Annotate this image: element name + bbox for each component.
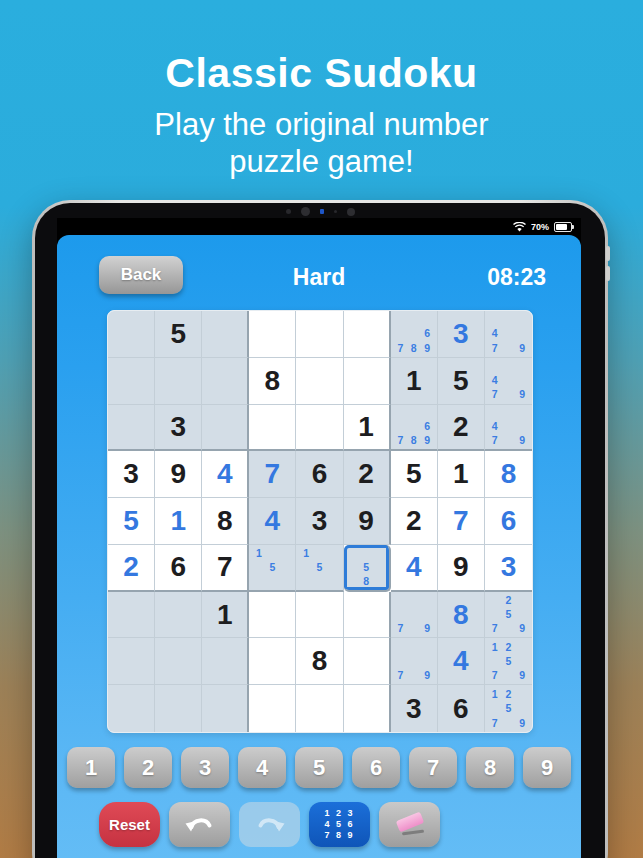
cell-r7c9[interactable]: 2579 xyxy=(485,592,532,639)
given-digit: 9 xyxy=(453,551,469,583)
app-header: Back Hard 08:23 xyxy=(57,235,581,310)
cell-r5c4[interactable]: 4 xyxy=(249,498,296,545)
given-digit: 2 xyxy=(453,411,469,443)
battery-icon xyxy=(554,222,572,232)
camera-array xyxy=(35,207,605,216)
volume-down-button xyxy=(606,266,610,281)
keypad-button-9[interactable]: 9 xyxy=(523,747,571,788)
cell-r6c2[interactable]: 6 xyxy=(155,545,202,592)
cell-r4c7[interactable]: 5 xyxy=(391,451,438,498)
user-digit: 8 xyxy=(453,599,469,631)
keypad-button-2[interactable]: 2 xyxy=(124,747,172,788)
given-digit: 3 xyxy=(123,458,139,490)
cell-r8c3[interactable] xyxy=(202,638,249,685)
cell-r6c7[interactable]: 4 xyxy=(391,545,438,592)
given-digit: 5 xyxy=(170,318,186,350)
user-digit: 8 xyxy=(501,458,517,490)
cell-r8c5[interactable]: 8 xyxy=(296,638,343,685)
cell-r4c2[interactable]: 9 xyxy=(155,451,202,498)
number-keypad: 123456789 xyxy=(57,747,581,788)
pencil-marks: 479 xyxy=(488,359,529,402)
given-digit: 3 xyxy=(406,693,422,725)
cell-r8c6[interactable] xyxy=(344,638,391,685)
cell-r6c8[interactable]: 9 xyxy=(438,545,485,592)
sensor-dot xyxy=(334,210,337,213)
cell-r4c3[interactable]: 4 xyxy=(202,451,249,498)
cell-r3c4[interactable] xyxy=(249,405,296,452)
cell-r3c5[interactable] xyxy=(296,405,343,452)
cell-r1c4[interactable] xyxy=(249,311,296,358)
cell-r7c5[interactable] xyxy=(296,592,343,639)
cell-r2c3[interactable] xyxy=(202,358,249,405)
cell-r6c4[interactable]: 15 xyxy=(249,545,296,592)
sensor-dot xyxy=(286,209,291,214)
cell-r9c2[interactable] xyxy=(155,685,202,732)
given-digit: 1 xyxy=(217,599,233,631)
cell-r1c1[interactable] xyxy=(108,311,155,358)
cell-r1c3[interactable] xyxy=(202,311,249,358)
volume-up-button xyxy=(606,246,610,261)
cell-r8c9[interactable]: 12579 xyxy=(485,638,532,685)
cell-r4c1[interactable]: 3 xyxy=(108,451,155,498)
pencil-marks: 479 xyxy=(488,406,529,448)
battery-percent-label: 70% xyxy=(531,222,549,232)
eraser-button[interactable] xyxy=(379,802,440,847)
cell-r3c9[interactable]: 479 xyxy=(485,405,532,452)
given-digit: 3 xyxy=(312,505,328,537)
keypad-button-7[interactable]: 7 xyxy=(409,747,457,788)
cell-r5c1[interactable]: 5 xyxy=(108,498,155,545)
cell-r6c6[interactable]: 58 xyxy=(344,545,391,592)
keypad-button-8[interactable]: 8 xyxy=(466,747,514,788)
undo-button[interactable] xyxy=(169,802,230,847)
cell-r6c9[interactable]: 3 xyxy=(485,545,532,592)
user-digit: 7 xyxy=(265,458,281,490)
given-digit: 5 xyxy=(453,365,469,397)
camera-icon xyxy=(301,207,310,216)
cell-r3c6[interactable]: 1 xyxy=(344,405,391,452)
cell-r1c9[interactable]: 479 xyxy=(485,311,532,358)
undo-arrow-icon xyxy=(185,811,215,838)
hero-title: Classic Sudoku xyxy=(0,50,643,97)
pencil-marks: 12579 xyxy=(488,686,529,730)
pencil-marks-row1: 1 2 3 xyxy=(324,808,354,819)
given-digit: 6 xyxy=(312,458,328,490)
cell-r6c3[interactable]: 7 xyxy=(202,545,249,592)
cell-r4c5[interactable]: 6 xyxy=(296,451,343,498)
cell-r1c8[interactable]: 3 xyxy=(438,311,485,358)
given-digit: 6 xyxy=(170,551,186,583)
cell-r2c2[interactable] xyxy=(155,358,202,405)
user-digit: 7 xyxy=(453,505,469,537)
given-digit: 3 xyxy=(170,411,186,443)
cell-r5c2[interactable]: 1 xyxy=(155,498,202,545)
cell-r8c7[interactable]: 79 xyxy=(391,638,438,685)
given-digit: 9 xyxy=(170,458,186,490)
camera-icon xyxy=(347,208,355,216)
cell-r2c6[interactable] xyxy=(344,358,391,405)
cell-r7c2[interactable] xyxy=(155,592,202,639)
cell-r7c4[interactable] xyxy=(249,592,296,639)
keypad-button-5[interactable]: 5 xyxy=(295,747,343,788)
user-digit: 4 xyxy=(453,645,469,677)
cell-r7c1[interactable] xyxy=(108,592,155,639)
cell-r5c7[interactable]: 2 xyxy=(391,498,438,545)
cell-r2c8[interactable]: 5 xyxy=(438,358,485,405)
pencil-marks: 79 xyxy=(394,639,434,682)
cell-r8c1[interactable] xyxy=(108,638,155,685)
user-digit: 3 xyxy=(501,551,517,583)
given-digit: 1 xyxy=(453,458,469,490)
cell-r8c4[interactable] xyxy=(249,638,296,685)
cell-r9c8[interactable]: 6 xyxy=(438,685,485,732)
given-digit: 8 xyxy=(217,505,233,537)
user-digit: 4 xyxy=(406,551,422,583)
cell-r6c1[interactable]: 2 xyxy=(108,545,155,592)
given-digit: 2 xyxy=(358,458,374,490)
given-digit: 5 xyxy=(406,458,422,490)
cell-r3c3[interactable] xyxy=(202,405,249,452)
ipad-bezel: 70% Back Hard 08:23 56789347981547931678… xyxy=(35,203,605,858)
timer-label: 08:23 xyxy=(487,264,546,291)
cell-r2c7[interactable]: 1 xyxy=(391,358,438,405)
reset-button[interactable]: Reset xyxy=(99,802,160,847)
cell-r2c4[interactable]: 8 xyxy=(249,358,296,405)
ipad-screen: 70% Back Hard 08:23 56789347981547931678… xyxy=(57,218,581,858)
pencil-marks-button[interactable]: 1 2 3 4 5 6 7 8 9 xyxy=(309,802,370,847)
user-digit: 1 xyxy=(170,505,186,537)
pencil-marks: 15 xyxy=(252,546,292,588)
cell-r7c7[interactable]: 79 xyxy=(391,592,438,639)
pencil-marks: 58 xyxy=(347,546,386,588)
given-digit: 8 xyxy=(265,365,281,397)
cell-r7c6[interactable] xyxy=(344,592,391,639)
pencil-marks: 79 xyxy=(394,593,434,636)
cell-r9c7[interactable]: 3 xyxy=(391,685,438,732)
cell-r8c2[interactable] xyxy=(155,638,202,685)
sudoku-board: 5678934798154793167892479394762518518439… xyxy=(107,310,533,733)
cell-r7c3[interactable]: 1 xyxy=(202,592,249,639)
pencil-marks: 6789 xyxy=(394,406,434,448)
cell-r2c9[interactable]: 479 xyxy=(485,358,532,405)
cell-r6c5[interactable]: 15 xyxy=(296,545,343,592)
given-digit: 7 xyxy=(217,551,233,583)
pencil-marks: 12579 xyxy=(488,639,529,682)
hero-subtitle-line2: puzzle game! xyxy=(0,143,643,180)
sudoku-app: Back Hard 08:23 567893479815479316789247… xyxy=(57,235,581,858)
eraser-icon xyxy=(394,813,426,837)
cell-r4c6[interactable]: 2 xyxy=(344,451,391,498)
keypad-button-1[interactable]: 1 xyxy=(67,747,115,788)
pencil-marks-row2: 4 5 6 xyxy=(324,819,354,830)
hero-subtitle-line1: Play the original number xyxy=(0,106,643,143)
cell-r1c5[interactable] xyxy=(296,311,343,358)
cell-r9c9[interactable]: 12579 xyxy=(485,685,532,732)
given-digit: 1 xyxy=(406,365,422,397)
cell-r9c5[interactable] xyxy=(296,685,343,732)
cell-r3c8[interactable]: 2 xyxy=(438,405,485,452)
cell-r4c4[interactable]: 7 xyxy=(249,451,296,498)
cell-r5c6[interactable]: 9 xyxy=(344,498,391,545)
pencil-marks-row3: 7 8 9 xyxy=(324,830,354,841)
given-digit: 2 xyxy=(406,505,422,537)
cell-r4c9[interactable]: 8 xyxy=(485,451,532,498)
pencil-marks: 479 xyxy=(488,312,529,355)
keypad-button-3[interactable]: 3 xyxy=(181,747,229,788)
keypad-button-6[interactable]: 6 xyxy=(352,747,400,788)
wifi-icon xyxy=(513,222,526,232)
cell-r8c8[interactable]: 4 xyxy=(438,638,485,685)
given-digit: 9 xyxy=(358,505,374,537)
given-digit: 8 xyxy=(312,645,328,677)
redo-arrow-icon xyxy=(255,811,285,838)
cell-r5c3[interactable]: 8 xyxy=(202,498,249,545)
cell-r9c6[interactable] xyxy=(344,685,391,732)
camera-indicator-light xyxy=(320,209,324,214)
redo-button[interactable] xyxy=(239,802,300,847)
given-digit: 6 xyxy=(453,693,469,725)
user-digit: 2 xyxy=(123,551,139,583)
user-digit: 4 xyxy=(217,458,233,490)
cell-r9c3[interactable] xyxy=(202,685,249,732)
cell-r5c5[interactable]: 3 xyxy=(296,498,343,545)
cell-r5c9[interactable]: 6 xyxy=(485,498,532,545)
cell-r9c4[interactable] xyxy=(249,685,296,732)
pencil-marks: 6789 xyxy=(394,312,434,355)
cell-r1c7[interactable]: 6789 xyxy=(391,311,438,358)
pencil-marks: 15 xyxy=(299,546,339,588)
cell-r4c8[interactable]: 1 xyxy=(438,451,485,498)
user-digit: 4 xyxy=(265,505,281,537)
pencil-marks: 2579 xyxy=(488,593,529,636)
cell-r3c2[interactable]: 3 xyxy=(155,405,202,452)
cell-r3c7[interactable]: 6789 xyxy=(391,405,438,452)
cell-r2c5[interactable] xyxy=(296,358,343,405)
cell-r9c1[interactable] xyxy=(108,685,155,732)
user-digit: 5 xyxy=(123,505,139,537)
cell-r1c6[interactable] xyxy=(344,311,391,358)
keypad-button-4[interactable]: 4 xyxy=(238,747,286,788)
status-bar: 70% xyxy=(57,218,581,235)
cell-r5c8[interactable]: 7 xyxy=(438,498,485,545)
cell-r7c8[interactable]: 8 xyxy=(438,592,485,639)
cell-r1c2[interactable]: 5 xyxy=(155,311,202,358)
toolbar: Reset xyxy=(99,802,440,847)
user-digit: 3 xyxy=(453,318,469,350)
hero-banner: Classic Sudoku Play the original number … xyxy=(0,0,643,180)
user-digit: 6 xyxy=(501,505,517,537)
given-digit: 1 xyxy=(358,411,374,443)
cell-r3c1[interactable] xyxy=(108,405,155,452)
ipad-frame: 70% Back Hard 08:23 56789347981547931678… xyxy=(32,200,608,858)
cell-r2c1[interactable] xyxy=(108,358,155,405)
